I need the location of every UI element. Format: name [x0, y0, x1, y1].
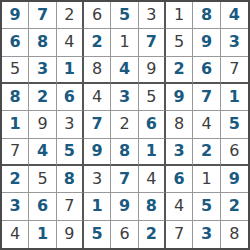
cell-r1c5[interactable]: 5	[111, 2, 138, 29]
cell-r3c5[interactable]: 4	[111, 57, 138, 84]
cell-r9c4[interactable]: 5	[84, 221, 111, 248]
cell-r6c4[interactable]: 9	[84, 139, 111, 166]
cell-r4c6[interactable]: 5	[139, 84, 166, 111]
cell-r3c3[interactable]: 1	[57, 57, 84, 84]
cell-r5c8[interactable]: 4	[193, 111, 220, 138]
cell-r1c2[interactable]: 7	[29, 2, 56, 29]
cell-r4c8[interactable]: 7	[193, 84, 220, 111]
cell-r9c8[interactable]: 3	[193, 221, 220, 248]
cell-r3c1[interactable]: 5	[2, 57, 29, 84]
cell-r8c9[interactable]: 2	[221, 193, 248, 220]
cell-r5c2[interactable]: 9	[29, 111, 56, 138]
cell-r7c4[interactable]: 3	[84, 166, 111, 193]
cell-r9c2[interactable]: 1	[29, 221, 56, 248]
cell-r5c3[interactable]: 3	[57, 111, 84, 138]
sudoku-board: 9726531846842175935318492678264359711937…	[0, 0, 250, 250]
cell-r6c8[interactable]: 2	[193, 139, 220, 166]
cell-r7c2[interactable]: 5	[29, 166, 56, 193]
cell-r1c3[interactable]: 2	[57, 2, 84, 29]
cell-r7c8[interactable]: 1	[193, 166, 220, 193]
cell-r8c4[interactable]: 1	[84, 193, 111, 220]
cell-r5c6[interactable]: 6	[139, 111, 166, 138]
cell-r4c3[interactable]: 6	[57, 84, 84, 111]
cell-r4c4[interactable]: 4	[84, 84, 111, 111]
cell-r4c7[interactable]: 9	[166, 84, 193, 111]
cell-r7c1[interactable]: 2	[2, 166, 29, 193]
cell-r6c7[interactable]: 3	[166, 139, 193, 166]
cell-r4c1[interactable]: 8	[2, 84, 29, 111]
cell-r6c9[interactable]: 6	[221, 139, 248, 166]
cell-r3c2[interactable]: 3	[29, 57, 56, 84]
cell-r3c4[interactable]: 8	[84, 57, 111, 84]
cell-r2c6[interactable]: 7	[139, 29, 166, 56]
cell-r5c5[interactable]: 2	[111, 111, 138, 138]
cell-r7c3[interactable]: 8	[57, 166, 84, 193]
cell-r1c1[interactable]: 9	[2, 2, 29, 29]
cell-r6c1[interactable]: 7	[2, 139, 29, 166]
cell-r5c1[interactable]: 1	[2, 111, 29, 138]
cell-r9c1[interactable]: 4	[2, 221, 29, 248]
cell-r9c9[interactable]: 8	[221, 221, 248, 248]
cell-r1c6[interactable]: 3	[139, 2, 166, 29]
cell-r8c8[interactable]: 5	[193, 193, 220, 220]
cell-r9c7[interactable]: 7	[166, 221, 193, 248]
cell-r8c5[interactable]: 9	[111, 193, 138, 220]
cell-r8c6[interactable]: 8	[139, 193, 166, 220]
cell-r1c9[interactable]: 4	[221, 2, 248, 29]
cell-r7c6[interactable]: 4	[139, 166, 166, 193]
cell-r1c7[interactable]: 1	[166, 2, 193, 29]
cell-r7c5[interactable]: 7	[111, 166, 138, 193]
cell-r2c4[interactable]: 2	[84, 29, 111, 56]
cell-r6c6[interactable]: 1	[139, 139, 166, 166]
cell-r3c6[interactable]: 9	[139, 57, 166, 84]
cell-r6c2[interactable]: 4	[29, 139, 56, 166]
cell-r8c2[interactable]: 6	[29, 193, 56, 220]
cell-r2c2[interactable]: 8	[29, 29, 56, 56]
cell-r3c9[interactable]: 7	[221, 57, 248, 84]
cell-r6c5[interactable]: 8	[111, 139, 138, 166]
cell-r9c6[interactable]: 2	[139, 221, 166, 248]
cell-r2c5[interactable]: 1	[111, 29, 138, 56]
cell-r2c8[interactable]: 9	[193, 29, 220, 56]
cell-r4c9[interactable]: 1	[221, 84, 248, 111]
cell-r1c4[interactable]: 6	[84, 2, 111, 29]
cell-r9c3[interactable]: 9	[57, 221, 84, 248]
cell-r2c3[interactable]: 4	[57, 29, 84, 56]
cell-r3c7[interactable]: 2	[166, 57, 193, 84]
cell-r4c5[interactable]: 3	[111, 84, 138, 111]
cell-r9c5[interactable]: 6	[111, 221, 138, 248]
cell-r8c3[interactable]: 7	[57, 193, 84, 220]
cell-r6c3[interactable]: 5	[57, 139, 84, 166]
cell-r2c1[interactable]: 6	[2, 29, 29, 56]
cell-r2c7[interactable]: 5	[166, 29, 193, 56]
cell-r8c7[interactable]: 4	[166, 193, 193, 220]
cell-r1c8[interactable]: 8	[193, 2, 220, 29]
cell-r5c7[interactable]: 8	[166, 111, 193, 138]
cell-r4c2[interactable]: 2	[29, 84, 56, 111]
cell-r3c8[interactable]: 6	[193, 57, 220, 84]
cell-r8c1[interactable]: 3	[2, 193, 29, 220]
cell-r7c7[interactable]: 6	[166, 166, 193, 193]
cell-r5c4[interactable]: 7	[84, 111, 111, 138]
cell-r2c9[interactable]: 3	[221, 29, 248, 56]
cell-r7c9[interactable]: 9	[221, 166, 248, 193]
cell-r5c9[interactable]: 5	[221, 111, 248, 138]
